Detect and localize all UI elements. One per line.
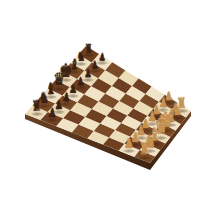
piece-black-pawn-f7[interactable]: ♟ — [84, 68, 92, 79]
piece-black-pawn-h7[interactable]: ♟ — [99, 52, 107, 63]
piece-white-pawn-a2[interactable]: ♟ — [124, 137, 134, 151]
chess-set-photo: ♜♞♝♛♚♝♞♜♟♟♟♟♟♟♟♟♟♟♟♟♟♟♟♟♜♞♝♛♚♝♞♜ — [0, 0, 200, 200]
piece-black-pawn-a7[interactable]: ♟ — [48, 107, 57, 120]
piece-black-pawn-c7[interactable]: ♟ — [62, 91, 71, 103]
piece-white-rook-a1[interactable]: ♜ — [138, 141, 150, 158]
piece-black-rook-a8[interactable]: ♜ — [31, 99, 42, 114]
piece-black-pawn-e7[interactable]: ♟ — [76, 76, 84, 88]
